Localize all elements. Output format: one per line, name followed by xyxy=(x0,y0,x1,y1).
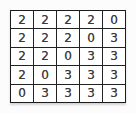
grid-cell-r3c1: 2 xyxy=(11,48,33,65)
number-grid: 2 2 2 2 0 2 2 2 0 3 2 2 0 3 3 2 0 3 3 3 … xyxy=(10,10,126,103)
grid-cell-r1c5: 0 xyxy=(103,11,125,28)
grid-cell-r4c5: 3 xyxy=(103,66,125,83)
grid-cell-r2c5: 3 xyxy=(103,29,125,46)
grid-cell-r2c2: 2 xyxy=(34,29,56,46)
grid-cell-r3c5: 3 xyxy=(103,48,125,65)
grid-cell-r4c4: 3 xyxy=(80,66,102,83)
grid-cell-r1c4: 2 xyxy=(80,11,102,28)
grid-cell-r5c3: 3 xyxy=(57,85,79,102)
grid-cell-r3c3: 0 xyxy=(57,48,79,65)
grid-cell-r5c2: 3 xyxy=(34,85,56,102)
grid-cell-r2c1: 2 xyxy=(11,29,33,46)
grid-cell-r1c1: 2 xyxy=(11,11,33,28)
grid-cell-r5c5: 3 xyxy=(103,85,125,102)
grid-cell-r4c1: 2 xyxy=(11,66,33,83)
page: 2 2 2 2 0 2 2 2 0 3 2 2 0 3 3 2 0 3 3 3 … xyxy=(0,0,136,113)
grid-cell-r1c2: 2 xyxy=(34,11,56,28)
grid-cell-r4c2: 0 xyxy=(34,66,56,83)
grid-cell-r3c4: 3 xyxy=(80,48,102,65)
grid-cell-r1c3: 2 xyxy=(57,11,79,28)
grid-cell-r3c2: 2 xyxy=(34,48,56,65)
grid-cell-r2c3: 2 xyxy=(57,29,79,46)
grid-cell-r2c4: 0 xyxy=(80,29,102,46)
grid-cell-r5c4: 3 xyxy=(80,85,102,102)
grid-cell-r5c1: 0 xyxy=(11,85,33,102)
grid-cell-r4c3: 3 xyxy=(57,66,79,83)
